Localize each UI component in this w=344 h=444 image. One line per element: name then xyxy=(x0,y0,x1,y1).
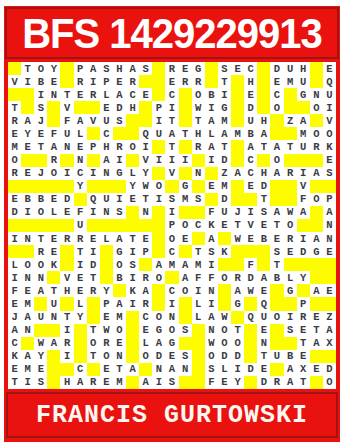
letter-cell: I xyxy=(139,140,152,153)
letter-cell: D xyxy=(218,350,231,363)
letter-cell: L xyxy=(100,88,113,101)
blocked-cell xyxy=(205,62,218,75)
letter-cell: E xyxy=(47,245,60,258)
blocked-cell xyxy=(47,180,60,193)
letter-cell: D xyxy=(257,180,270,193)
letter-cell: A xyxy=(297,206,310,219)
blocked-cell xyxy=(179,245,192,258)
letter-cell: W xyxy=(284,206,297,219)
letter-cell: P xyxy=(139,245,152,258)
letter-cell: E xyxy=(100,311,113,324)
letter-cell: E xyxy=(74,140,87,153)
blocked-cell xyxy=(152,88,165,101)
blocked-cell xyxy=(284,193,297,206)
letter-cell: X xyxy=(323,337,336,350)
blocked-cell xyxy=(152,75,165,88)
letter-cell: Q xyxy=(323,75,336,88)
letter-cell: T xyxy=(87,271,100,284)
letter-cell: O xyxy=(87,337,100,350)
letter-cell: F xyxy=(205,206,218,219)
letter-cell: A xyxy=(74,376,87,389)
letter-cell: A xyxy=(205,114,218,127)
letter-cell: N xyxy=(152,363,165,376)
letter-cell: I xyxy=(218,88,231,101)
blocked-cell xyxy=(87,127,100,140)
letter-cell: I xyxy=(87,245,100,258)
letter-cell: C xyxy=(165,245,178,258)
blocked-cell xyxy=(126,350,139,363)
blocked-cell xyxy=(310,180,323,193)
letter-cell: N xyxy=(100,167,113,180)
blocked-cell xyxy=(310,75,323,88)
letter-cell: M xyxy=(113,376,126,389)
letter-cell: L xyxy=(192,311,205,324)
letter-cell: F xyxy=(205,376,218,389)
blocked-cell xyxy=(231,154,244,167)
letter-cell: S xyxy=(113,206,126,219)
letter-cell: S xyxy=(100,62,113,75)
letter-cell: E xyxy=(310,363,323,376)
letter-cell: S xyxy=(257,206,270,219)
letter-cell: U xyxy=(297,140,310,153)
letter-cell: C xyxy=(100,127,113,140)
letter-cell: M xyxy=(21,363,34,376)
letter-cell: B xyxy=(257,232,270,245)
letter-cell: P xyxy=(297,297,310,310)
blocked-cell xyxy=(244,245,257,258)
blocked-cell xyxy=(323,271,336,284)
blocked-cell xyxy=(60,75,73,88)
letter-cell: R xyxy=(34,245,47,258)
letter-cell: I xyxy=(205,297,218,310)
letter-cell: G xyxy=(218,101,231,114)
letter-cell: A xyxy=(126,62,139,75)
blocked-cell xyxy=(297,258,310,271)
letter-cell: N xyxy=(192,167,205,180)
blocked-cell xyxy=(139,219,152,232)
blocked-cell xyxy=(74,337,87,350)
letter-cell: A xyxy=(47,337,60,350)
letter-cell: I xyxy=(126,245,139,258)
letter-cell: I xyxy=(205,101,218,114)
blocked-cell xyxy=(34,219,47,232)
letter-cell: X xyxy=(297,363,310,376)
letter-cell: I xyxy=(192,284,205,297)
blocked-cell xyxy=(126,127,139,140)
blocked-cell xyxy=(87,180,100,193)
letter-cell: C xyxy=(139,311,152,324)
letter-cell: E xyxy=(179,62,192,75)
letter-cell: D xyxy=(231,350,244,363)
letter-cell: E xyxy=(8,193,21,206)
blocked-cell xyxy=(152,245,165,258)
letter-cell: N xyxy=(34,271,47,284)
blocked-cell xyxy=(205,193,218,206)
letter-cell: I xyxy=(152,193,165,206)
letter-cell: O xyxy=(126,140,139,153)
letter-cell: L xyxy=(126,167,139,180)
blocked-cell xyxy=(126,376,139,389)
blocked-cell xyxy=(231,311,244,324)
letter-cell: L xyxy=(218,363,231,376)
blocked-cell xyxy=(310,62,323,75)
letter-cell: P xyxy=(74,62,87,75)
blocked-cell xyxy=(74,324,87,337)
letter-cell: S xyxy=(270,245,283,258)
letter-cell: A xyxy=(257,271,270,284)
blocked-cell xyxy=(179,376,192,389)
letter-cell: S xyxy=(284,324,297,337)
letter-cell: O xyxy=(34,258,47,271)
letter-cell: E xyxy=(47,193,60,206)
letter-cell: T xyxy=(218,140,231,153)
letter-cell: D xyxy=(8,206,21,219)
letter-cell: O xyxy=(113,258,126,271)
letter-cell: E xyxy=(205,180,218,193)
letter-cell: R xyxy=(87,284,100,297)
letter-cell: I xyxy=(297,167,310,180)
letter-cell: O xyxy=(270,101,283,114)
letter-cell: U xyxy=(257,311,270,324)
letter-cell: E xyxy=(257,324,270,337)
letter-cell: D xyxy=(60,193,73,206)
letter-cell: R xyxy=(192,140,205,153)
letter-cell: Y xyxy=(74,311,87,324)
letter-cell: M xyxy=(113,311,126,324)
letter-cell: E xyxy=(8,297,21,310)
letter-cell: O xyxy=(310,193,323,206)
blocked-cell xyxy=(218,284,231,297)
blocked-cell xyxy=(165,180,178,193)
letter-cell: E xyxy=(179,232,192,245)
letter-cell: A xyxy=(205,311,218,324)
letter-cell: I xyxy=(165,297,178,310)
blocked-cell xyxy=(47,324,60,337)
letter-cell: R xyxy=(8,167,21,180)
blocked-cell xyxy=(47,114,60,127)
letter-cell: N xyxy=(47,88,60,101)
blocked-cell xyxy=(126,311,139,324)
letter-cell: F xyxy=(8,284,21,297)
letter-cell: T xyxy=(165,140,178,153)
letter-cell: T xyxy=(257,350,270,363)
letter-cell: I xyxy=(8,271,21,284)
letter-cell: T xyxy=(21,62,34,75)
blocked-cell xyxy=(34,297,47,310)
letter-cell: N xyxy=(205,284,218,297)
letter-cell: E xyxy=(47,232,60,245)
letter-cell: E xyxy=(21,140,34,153)
letter-cell: I xyxy=(87,167,100,180)
letter-cell: I xyxy=(205,154,218,167)
letter-cell: A xyxy=(8,324,21,337)
letter-cell: D xyxy=(218,193,231,206)
letter-cell: C xyxy=(8,337,21,350)
letter-cell: R xyxy=(87,88,100,101)
letter-cell: V xyxy=(165,167,178,180)
blocked-cell xyxy=(257,154,270,167)
letter-cell: H xyxy=(192,127,205,140)
letter-cell: M xyxy=(231,127,244,140)
letter-cell: H xyxy=(257,167,270,180)
letter-cell: Y xyxy=(100,284,113,297)
letter-cell: A xyxy=(21,114,34,127)
letter-cell: T xyxy=(297,376,310,389)
letter-cell: F xyxy=(244,258,257,271)
letter-cell: M xyxy=(218,114,231,127)
letter-cell: A xyxy=(310,232,323,245)
blocked-cell xyxy=(270,337,283,350)
letter-cell: T xyxy=(297,337,310,350)
blocked-cell xyxy=(8,180,21,193)
letter-cell: I xyxy=(244,206,257,219)
letter-cell: A xyxy=(165,127,178,140)
letter-cell: N xyxy=(257,337,270,350)
letter-cell: O xyxy=(218,337,231,350)
letter-cell: R xyxy=(284,167,297,180)
letter-cell: S xyxy=(113,114,126,127)
letter-cell: N xyxy=(323,232,336,245)
letter-cell: R xyxy=(231,271,244,284)
letter-cell: E xyxy=(257,219,270,232)
letter-cell: I xyxy=(284,311,297,324)
letter-cell: V xyxy=(87,114,100,127)
blocked-cell xyxy=(126,219,139,232)
letter-cell: R xyxy=(100,337,113,350)
letter-cell: A xyxy=(34,284,47,297)
letter-cell: C xyxy=(244,62,257,75)
letter-cell: K xyxy=(8,350,21,363)
letter-cell: A xyxy=(310,284,323,297)
letter-cell: L xyxy=(192,297,205,310)
letter-cell: I xyxy=(165,101,178,114)
blocked-cell xyxy=(192,363,205,376)
letter-cell: L xyxy=(8,258,21,271)
letter-cell: G xyxy=(152,324,165,337)
blocked-cell xyxy=(179,88,192,101)
letter-cell: E xyxy=(21,284,34,297)
letter-cell: A xyxy=(179,271,192,284)
blocked-cell xyxy=(60,154,73,167)
letter-cell: H xyxy=(60,376,73,389)
letter-cell: V xyxy=(60,271,73,284)
letter-cell: T xyxy=(74,245,87,258)
letter-cell: V xyxy=(60,101,73,114)
blocked-cell xyxy=(179,140,192,153)
blocked-cell xyxy=(113,219,126,232)
letter-cell: S xyxy=(323,167,336,180)
letter-cell: O xyxy=(192,88,205,101)
blocked-cell xyxy=(231,88,244,101)
blocked-cell xyxy=(87,297,100,310)
letter-cell: E xyxy=(257,284,270,297)
title-banner: BFS 1429229913 xyxy=(5,7,339,59)
letter-cell: T xyxy=(218,75,231,88)
blocked-cell xyxy=(60,297,73,310)
blocked-cell xyxy=(297,101,310,114)
letter-cell: E xyxy=(139,88,152,101)
letter-cell: E xyxy=(74,88,87,101)
letter-cell: I xyxy=(8,232,21,245)
blocked-cell xyxy=(192,232,205,245)
blocked-cell xyxy=(74,350,87,363)
blocked-cell xyxy=(218,297,231,310)
letter-cell: S xyxy=(34,376,47,389)
letter-cell: R xyxy=(74,232,87,245)
letter-cell: A xyxy=(205,232,218,245)
blocked-cell xyxy=(270,114,283,127)
blocked-cell xyxy=(60,258,73,271)
blocked-cell xyxy=(60,62,73,75)
letter-cell: R xyxy=(47,154,60,167)
letter-cell: E xyxy=(323,284,336,297)
blocked-cell xyxy=(60,180,73,193)
blocked-cell xyxy=(192,376,205,389)
letter-cell: T xyxy=(257,140,270,153)
letter-cell: R xyxy=(284,232,297,245)
blocked-cell xyxy=(21,101,34,114)
letter-cell: A xyxy=(152,258,165,271)
letter-cell: D xyxy=(257,376,270,389)
letter-cell: F xyxy=(47,127,60,140)
blocked-cell xyxy=(310,376,323,389)
blocked-cell xyxy=(113,127,126,140)
blocked-cell xyxy=(192,324,205,337)
letter-cell: K xyxy=(47,258,60,271)
letter-cell: N xyxy=(100,206,113,219)
letter-cell: T xyxy=(179,127,192,140)
blocked-cell xyxy=(179,101,192,114)
blocked-cell xyxy=(231,258,244,271)
letter-cell: O xyxy=(152,271,165,284)
letter-cell: O xyxy=(47,167,60,180)
blocked-cell xyxy=(100,258,113,271)
letter-cell: J xyxy=(231,206,244,219)
letter-cell: M xyxy=(21,297,34,310)
letter-cell: E xyxy=(310,311,323,324)
letter-cell: A xyxy=(270,140,283,153)
letter-cell: I xyxy=(87,206,100,219)
blocked-cell xyxy=(284,337,297,350)
letter-cell: E xyxy=(270,232,283,245)
blocked-cell xyxy=(284,127,297,140)
letter-cell: L xyxy=(47,206,60,219)
blocked-cell xyxy=(113,284,126,297)
letter-cell: O xyxy=(323,127,336,140)
letter-cell: T xyxy=(60,311,73,324)
letter-cell: F xyxy=(74,206,87,219)
letter-cell: Q xyxy=(257,297,270,310)
blocked-cell xyxy=(284,297,297,310)
blocked-cell xyxy=(126,324,139,337)
letter-cell: E xyxy=(323,154,336,167)
letter-cell: U xyxy=(74,219,87,232)
letter-cell: I xyxy=(297,232,310,245)
letter-cell: T xyxy=(310,324,323,337)
letter-cell: C xyxy=(244,167,257,180)
letter-cell: L xyxy=(284,271,297,284)
letter-cell: O xyxy=(100,350,113,363)
letter-cell: A xyxy=(179,258,192,271)
letter-cell: A xyxy=(310,337,323,350)
blocked-cell xyxy=(87,154,100,167)
letter-cell: I xyxy=(74,258,87,271)
letter-cell: O xyxy=(139,350,152,363)
letter-cell: O xyxy=(218,324,231,337)
letter-cell: T xyxy=(284,140,297,153)
blocked-cell xyxy=(139,75,152,88)
blocked-cell xyxy=(179,114,192,127)
letter-cell: A xyxy=(100,154,113,167)
blocked-cell xyxy=(21,180,34,193)
letter-cell: U xyxy=(270,350,283,363)
letter-cell: A xyxy=(284,363,297,376)
letter-cell: T xyxy=(231,324,244,337)
blocked-cell xyxy=(87,101,100,114)
letter-cell: I xyxy=(231,363,244,376)
letter-cell: F xyxy=(192,271,205,284)
letter-cell: C xyxy=(74,363,87,376)
blocked-cell xyxy=(244,376,257,389)
letter-cell: A xyxy=(21,311,34,324)
letter-cell: G xyxy=(113,167,126,180)
letter-cell: S xyxy=(165,193,178,206)
letter-cell: B xyxy=(21,193,34,206)
book-title: BFS 1429229913 xyxy=(22,9,322,58)
letter-cell: I xyxy=(60,167,73,180)
letter-cell: S xyxy=(165,376,178,389)
blocked-cell xyxy=(310,114,323,127)
letter-cell: U xyxy=(34,311,47,324)
blocked-cell xyxy=(139,114,152,127)
letter-cell: R xyxy=(297,311,310,324)
blocked-cell xyxy=(192,350,205,363)
letter-cell: R xyxy=(60,337,73,350)
letter-cell: G xyxy=(179,180,192,193)
letter-cell: R xyxy=(87,376,100,389)
blocked-cell xyxy=(310,154,323,167)
letter-cell: M xyxy=(8,140,21,153)
blocked-cell xyxy=(8,62,21,75)
letter-cell: B xyxy=(34,193,47,206)
letter-cell: O xyxy=(270,154,283,167)
letter-cell: R xyxy=(8,114,21,127)
blocked-cell xyxy=(323,350,336,363)
author-name: FRANCIS GURTOWSKI xyxy=(36,401,308,430)
blocked-cell xyxy=(205,167,218,180)
blocked-cell xyxy=(8,88,21,101)
letter-cell: H xyxy=(113,62,126,75)
letter-cell: I xyxy=(152,154,165,167)
letter-cell: E xyxy=(60,206,73,219)
blocked-cell xyxy=(310,219,323,232)
letter-cell: A xyxy=(270,206,283,219)
letter-cell: A xyxy=(244,140,257,153)
letter-cell: D xyxy=(244,101,257,114)
letter-cell: E xyxy=(8,127,21,140)
blocked-cell xyxy=(257,258,270,271)
letter-cell: W xyxy=(205,337,218,350)
letter-cell: A xyxy=(126,363,139,376)
blocked-cell xyxy=(270,363,283,376)
letter-cell: O xyxy=(218,271,231,284)
letter-cell: J xyxy=(34,167,47,180)
letter-cell: V xyxy=(323,114,336,127)
letter-cell: E xyxy=(21,167,34,180)
letter-cell: B xyxy=(113,271,126,284)
letter-cell: P xyxy=(87,140,100,153)
blocked-cell xyxy=(257,62,270,75)
